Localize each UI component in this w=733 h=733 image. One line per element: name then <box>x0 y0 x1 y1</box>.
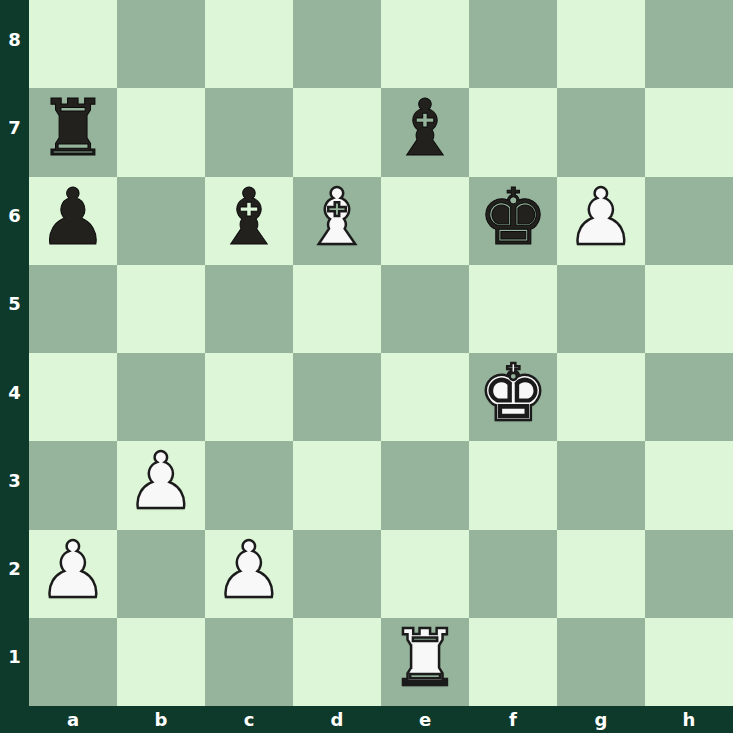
white-rook[interactable]: ♜ <box>390 619 460 697</box>
square-d7[interactable] <box>293 88 381 176</box>
square-b1[interactable] <box>117 618 205 706</box>
file-label-a: a <box>29 706 117 733</box>
square-a1[interactable] <box>29 618 117 706</box>
square-f6[interactable]: ♚ <box>469 177 557 265</box>
white-king[interactable]: ♚ <box>478 354 548 432</box>
square-d2[interactable] <box>293 530 381 618</box>
square-b3[interactable]: ♟ <box>117 441 205 529</box>
square-a5[interactable] <box>29 265 117 353</box>
square-c3[interactable] <box>205 441 293 529</box>
square-g8[interactable] <box>557 0 645 88</box>
square-a8[interactable] <box>29 0 117 88</box>
square-a6[interactable]: ♟ <box>29 177 117 265</box>
black-bishop[interactable]: ♝ <box>214 178 284 256</box>
black-king[interactable]: ♚ <box>478 178 548 256</box>
square-e3[interactable] <box>381 441 469 529</box>
square-a3[interactable] <box>29 441 117 529</box>
file-label-b: b <box>117 706 205 733</box>
black-rook[interactable]: ♜ <box>38 89 108 167</box>
square-c1[interactable] <box>205 618 293 706</box>
white-pawn[interactable]: ♟ <box>214 531 284 609</box>
square-g2[interactable] <box>557 530 645 618</box>
square-a2[interactable]: ♟ <box>29 530 117 618</box>
file-labels: abcdefgh <box>29 706 733 733</box>
square-e2[interactable] <box>381 530 469 618</box>
square-g4[interactable] <box>557 353 645 441</box>
square-d1[interactable] <box>293 618 381 706</box>
square-f2[interactable] <box>469 530 557 618</box>
black-pawn[interactable]: ♟ <box>38 178 108 256</box>
square-b7[interactable] <box>117 88 205 176</box>
white-pawn[interactable]: ♟ <box>38 531 108 609</box>
square-h4[interactable] <box>645 353 733 441</box>
square-d5[interactable] <box>293 265 381 353</box>
square-d8[interactable] <box>293 0 381 88</box>
white-pawn[interactable]: ♟ <box>566 178 636 256</box>
file-label-e: e <box>381 706 469 733</box>
square-e7[interactable]: ♝ <box>381 88 469 176</box>
square-h5[interactable] <box>645 265 733 353</box>
rank-label-6: 6 <box>0 177 29 265</box>
square-f5[interactable] <box>469 265 557 353</box>
square-e4[interactable] <box>381 353 469 441</box>
square-a4[interactable] <box>29 353 117 441</box>
square-g3[interactable] <box>557 441 645 529</box>
rank-labels: 87654321 <box>0 0 29 706</box>
square-b6[interactable] <box>117 177 205 265</box>
rank-label-1: 1 <box>0 618 29 706</box>
white-bishop[interactable]: ♝ <box>302 178 372 256</box>
square-b2[interactable] <box>117 530 205 618</box>
square-f8[interactable] <box>469 0 557 88</box>
square-c4[interactable] <box>205 353 293 441</box>
square-b5[interactable] <box>117 265 205 353</box>
square-e8[interactable] <box>381 0 469 88</box>
square-h3[interactable] <box>645 441 733 529</box>
square-c5[interactable] <box>205 265 293 353</box>
square-g6[interactable]: ♟ <box>557 177 645 265</box>
square-f1[interactable] <box>469 618 557 706</box>
chess-board: ♜♝♟♝♝♚♟♚♟♟♟♜ <box>29 0 733 706</box>
square-d4[interactable] <box>293 353 381 441</box>
file-label-g: g <box>557 706 645 733</box>
square-b4[interactable] <box>117 353 205 441</box>
square-g7[interactable] <box>557 88 645 176</box>
black-bishop[interactable]: ♝ <box>390 89 460 167</box>
square-a7[interactable]: ♜ <box>29 88 117 176</box>
rank-label-7: 7 <box>0 88 29 176</box>
square-e1[interactable]: ♜ <box>381 618 469 706</box>
square-h1[interactable] <box>645 618 733 706</box>
square-e5[interactable] <box>381 265 469 353</box>
file-label-d: d <box>293 706 381 733</box>
square-c7[interactable] <box>205 88 293 176</box>
square-e6[interactable] <box>381 177 469 265</box>
rank-label-8: 8 <box>0 0 29 88</box>
rank-label-4: 4 <box>0 353 29 441</box>
square-g1[interactable] <box>557 618 645 706</box>
rank-label-5: 5 <box>0 265 29 353</box>
square-f7[interactable] <box>469 88 557 176</box>
square-h8[interactable] <box>645 0 733 88</box>
white-pawn[interactable]: ♟ <box>126 442 196 520</box>
square-b8[interactable] <box>117 0 205 88</box>
file-label-f: f <box>469 706 557 733</box>
square-d6[interactable]: ♝ <box>293 177 381 265</box>
file-label-c: c <box>205 706 293 733</box>
square-c6[interactable]: ♝ <box>205 177 293 265</box>
square-g5[interactable] <box>557 265 645 353</box>
square-h6[interactable] <box>645 177 733 265</box>
square-d3[interactable] <box>293 441 381 529</box>
square-c8[interactable] <box>205 0 293 88</box>
file-label-h: h <box>645 706 733 733</box>
square-c2[interactable]: ♟ <box>205 530 293 618</box>
square-f4[interactable]: ♚ <box>469 353 557 441</box>
rank-label-2: 2 <box>0 530 29 618</box>
rank-label-3: 3 <box>0 441 29 529</box>
square-h2[interactable] <box>645 530 733 618</box>
square-h7[interactable] <box>645 88 733 176</box>
chess-board-frame: 87654321 ♜♝♟♝♝♚♟♚♟♟♟♜ abcdefgh <box>0 0 733 733</box>
square-f3[interactable] <box>469 441 557 529</box>
